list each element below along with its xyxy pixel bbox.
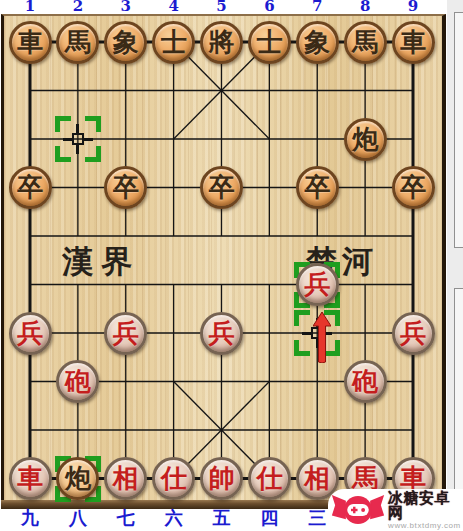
file-label-top-7: 7 xyxy=(293,0,341,14)
piece-red-advisor-1[interactable]: 仕 xyxy=(152,457,195,500)
file-label-bottom-3: 七 xyxy=(102,506,150,530)
piece-black-horse-1[interactable]: 馬 xyxy=(56,21,99,64)
piece-black-advisor-2[interactable]: 士 xyxy=(248,21,291,64)
piece-black-elephant-1[interactable]: 象 xyxy=(104,21,147,64)
file-label-top-1: 1 xyxy=(6,0,54,14)
piece-red-general[interactable]: 帥 xyxy=(200,457,243,500)
piece-red-cannon-right[interactable]: 砲 xyxy=(344,360,387,403)
candy-logo-icon xyxy=(330,494,386,526)
file-label-bottom-4: 六 xyxy=(150,506,198,530)
file-label-top-9: 9 xyxy=(389,0,437,14)
piece-black-soldier-2[interactable]: 卒 xyxy=(104,166,147,209)
file-label-bottom-1: 九 xyxy=(6,506,54,530)
piece-red-soldier-3[interactable]: 兵 xyxy=(200,312,243,355)
file-label-top-2: 2 xyxy=(54,0,102,14)
piece-black-chariot-2[interactable]: 車 xyxy=(392,21,435,64)
watermark-site-name: 冰糖安卓网 xyxy=(388,490,463,520)
piece-black-advisor-1[interactable]: 士 xyxy=(152,21,195,64)
piece-red-soldier-advanced[interactable]: 兵 xyxy=(296,263,339,306)
file-label-bottom-6: 四 xyxy=(245,506,293,530)
file-label-top-4: 4 xyxy=(150,0,198,14)
side-panel-box-top xyxy=(454,12,463,248)
crosshair-part xyxy=(72,133,84,145)
file-label-top-5: 5 xyxy=(198,0,246,14)
piece-black-chariot-1[interactable]: 車 xyxy=(9,21,52,64)
piece-black-elephant-2[interactable]: 象 xyxy=(296,21,339,64)
file-label-top-8: 8 xyxy=(341,0,389,14)
piece-black-general[interactable]: 將 xyxy=(200,21,243,64)
piece-red-chariot-1[interactable]: 車 xyxy=(9,457,52,500)
move-arrow-icon xyxy=(313,312,331,367)
piece-red-soldier-5[interactable]: 兵 xyxy=(392,312,435,355)
crosshair-part xyxy=(83,138,93,141)
file-label-bottom-2: 八 xyxy=(54,506,102,530)
piece-red-soldier-2[interactable]: 兵 xyxy=(104,312,147,355)
file-label-top-6: 6 xyxy=(245,0,293,14)
crosshair-part xyxy=(76,144,79,154)
piece-black-cannon-right[interactable]: 炮 xyxy=(344,118,387,161)
piece-red-elephant-1[interactable]: 相 xyxy=(104,457,147,500)
river-label-left: 漢界 xyxy=(62,245,140,277)
piece-red-soldier-1[interactable]: 兵 xyxy=(9,312,52,355)
side-panel-sliver xyxy=(447,0,463,531)
xiangqi-app: 漢界 楚河 車馬象士將士象馬車炮卒卒卒卒卒炮兵兵兵兵兵砲砲車相仕帥仕相馬車 12… xyxy=(0,0,463,531)
file-label-top-3: 3 xyxy=(102,0,150,14)
piece-black-soldier-3[interactable]: 卒 xyxy=(200,166,243,209)
piece-black-soldier-1[interactable]: 卒 xyxy=(9,166,52,209)
file-label-bottom-5: 五 xyxy=(198,506,246,530)
piece-black-soldier-5[interactable]: 卒 xyxy=(392,166,435,209)
piece-black-soldier-4[interactable]: 卒 xyxy=(296,166,339,209)
piece-red-advisor-2[interactable]: 仕 xyxy=(248,457,291,500)
move-origin-crosshair-icon xyxy=(63,124,93,154)
watermark-site-url: www.btxtdmy.com xyxy=(388,522,463,530)
watermark-badge: 冰糖安卓网 www.btxtdmy.com xyxy=(328,489,463,531)
piece-black-horse-2[interactable]: 馬 xyxy=(344,21,387,64)
